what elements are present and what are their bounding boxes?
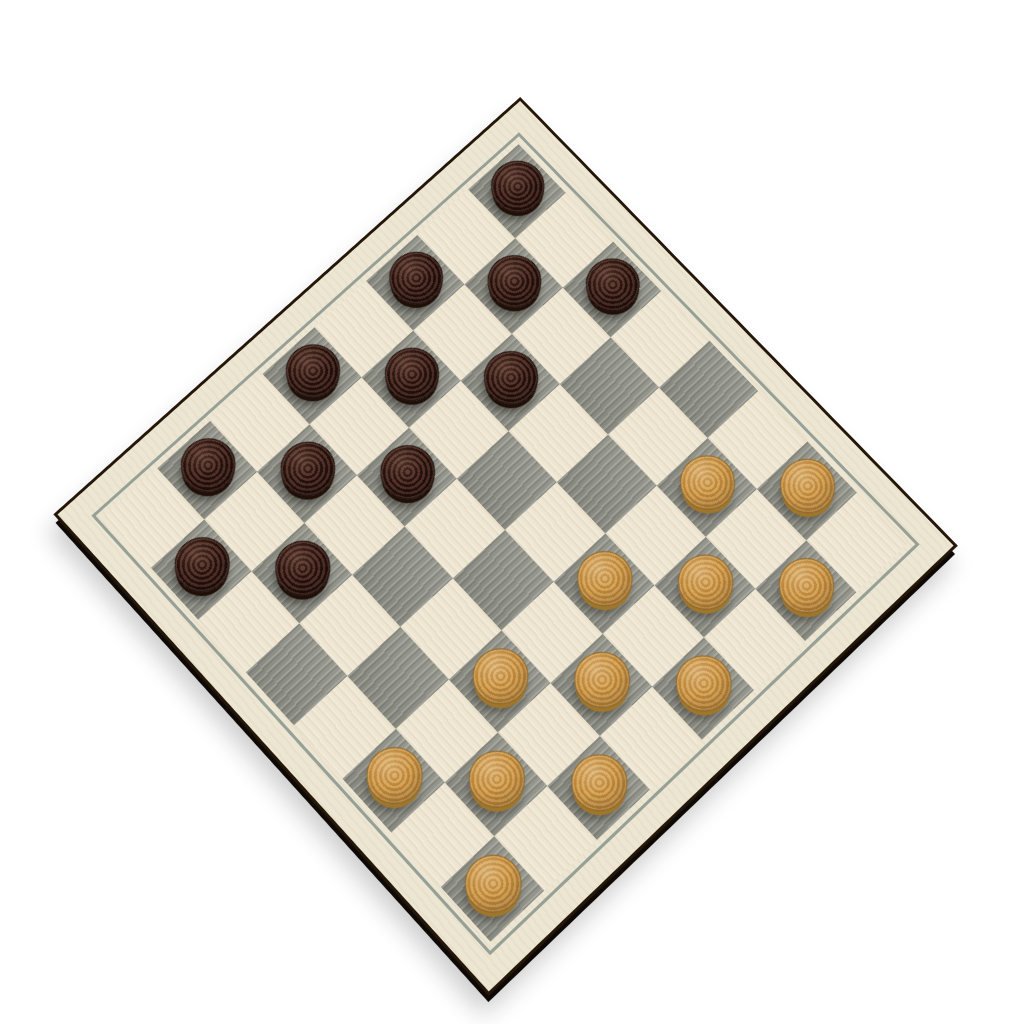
light-checker[interactable]: ⛀ (676, 655, 733, 711)
light-checker[interactable]: ⛀ (366, 747, 423, 804)
checker-glyph: ⛂ (507, 373, 515, 383)
checker-glyph: ⛂ (609, 280, 617, 290)
board-grid: ⛂⛂⛀⛂⛀⛀⛂⛂⛀⛂⛀⛀⛂⛂⛀⛂⛀⛀⛂⛂⛀⛂⛀⛀ (104, 144, 907, 942)
checker-glyph: ⛀ (493, 774, 502, 784)
checkers-board: ⛂⛂⛀⛂⛀⛀⛂⛂⛀⛂⛀⛀⛂⛂⛀⛂⛀⛀⛂⛂⛀⛂⛀⛀ (53, 97, 958, 996)
dark-checker[interactable]: ⛂ (174, 537, 231, 592)
checker-glyph: ⛀ (601, 574, 610, 584)
photo-background: ⛂⛂⛀⛂⛀⛀⛂⛂⛀⛂⛀⛀⛂⛂⛀⛂⛀⛀⛂⛂⛀⛂⛀⛀ (0, 0, 1024, 1024)
checker-glyph: ⛀ (803, 481, 812, 491)
dark-checker[interactable]: ⛂ (484, 351, 538, 404)
board-frame-line: ⛂⛂⛀⛂⛀⛀⛂⛂⛀⛂⛀⛀⛂⛂⛀⛂⛀⛀⛂⛂⛀⛂⛀⛀ (91, 132, 919, 955)
light-checker[interactable]: ⛀ (469, 751, 525, 808)
checker-glyph: ⛂ (309, 366, 317, 376)
checker-glyph: ⛀ (595, 778, 604, 788)
dark-checker[interactable]: ⛂ (487, 255, 541, 307)
dark-checker[interactable]: ⛂ (275, 541, 331, 596)
light-checker[interactable]: ⛀ (678, 555, 734, 610)
checker-glyph: ⛀ (699, 678, 708, 688)
dark-checker[interactable]: ⛂ (180, 438, 236, 492)
light-checker[interactable]: ⛀ (778, 558, 835, 613)
board-scene: ⛂⛂⛀⛂⛀⛀⛂⛂⛀⛂⛀⛀⛂⛂⛀⛂⛀⛀⛂⛂⛀⛂⛀⛀ (185, 210, 825, 850)
dark-checker[interactable]: ⛂ (385, 348, 440, 401)
checker-glyph: ⛀ (701, 577, 710, 587)
light-checker[interactable]: ⛀ (680, 455, 736, 509)
dark-checker[interactable]: ⛂ (389, 252, 443, 304)
light-checker[interactable]: ⛀ (465, 855, 522, 913)
dark-checker[interactable]: ⛂ (380, 445, 435, 499)
checker-glyph: ⛀ (598, 675, 607, 685)
light-checker[interactable]: ⛀ (780, 459, 836, 513)
dark-checker[interactable]: ⛂ (285, 344, 340, 397)
checker-glyph: ⛂ (514, 182, 522, 191)
checker-glyph: ⛂ (204, 460, 213, 470)
checker-glyph: ⛂ (304, 464, 313, 474)
light-checker[interactable]: ⛀ (473, 648, 529, 704)
dark-checker[interactable]: ⛂ (491, 161, 545, 213)
checker-glyph: ⛂ (404, 467, 412, 477)
checker-glyph: ⛂ (412, 273, 420, 283)
checker-glyph: ⛀ (390, 770, 399, 780)
checker-glyph: ⛀ (489, 878, 498, 889)
light-checker[interactable]: ⛀ (577, 551, 633, 606)
checker-glyph: ⛂ (408, 369, 416, 379)
checker-glyph: ⛀ (703, 478, 712, 488)
light-checker[interactable]: ⛀ (571, 754, 628, 811)
dark-checker[interactable]: ⛂ (280, 442, 336, 496)
checker-glyph: ⛂ (510, 277, 518, 287)
checker-glyph: ⛂ (198, 560, 207, 570)
dark-checker[interactable]: ⛂ (586, 258, 640, 310)
checker-glyph: ⛀ (496, 671, 504, 681)
light-checker[interactable]: ⛀ (574, 652, 630, 708)
checker-glyph: ⛂ (299, 563, 308, 573)
checker-glyph: ⛀ (802, 581, 811, 591)
